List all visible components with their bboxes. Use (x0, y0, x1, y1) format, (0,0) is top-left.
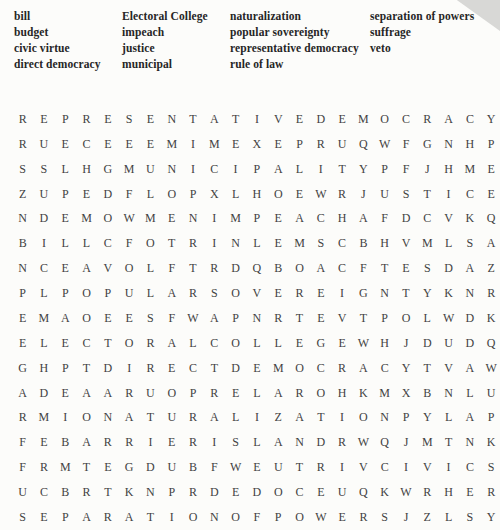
grid-cell[interactable]: M (459, 157, 480, 182)
grid-cell[interactable]: K (481, 430, 500, 455)
grid-cell[interactable]: S (204, 281, 225, 306)
grid-cell[interactable]: H (33, 356, 54, 381)
grid-cell[interactable]: Q (353, 132, 374, 157)
grid-cell[interactable]: G (118, 455, 139, 480)
grid-cell[interactable]: U (12, 480, 33, 505)
grid-cell[interactable]: F (161, 306, 182, 331)
grid-cell[interactable]: T (225, 107, 246, 132)
grid-cell[interactable]: R (12, 107, 33, 132)
grid-cell[interactable]: E (268, 207, 289, 232)
grid-cell[interactable]: L (438, 505, 459, 530)
grid-cell[interactable]: A (459, 356, 480, 381)
grid-cell[interactable]: P (182, 182, 203, 207)
grid-cell[interactable]: D (310, 107, 331, 132)
grid-cell[interactable]: E (268, 132, 289, 157)
grid-cell[interactable]: Q (481, 331, 500, 356)
grid-cell[interactable]: R (12, 132, 33, 157)
grid-cell[interactable]: L (33, 331, 54, 356)
grid-cell[interactable]: L (246, 381, 267, 406)
grid-cell[interactable]: O (182, 505, 203, 530)
grid-cell[interactable]: B (55, 480, 76, 505)
grid-cell[interactable]: A (268, 430, 289, 455)
grid-cell[interactable]: S (140, 306, 161, 331)
grid-cell[interactable]: M (140, 207, 161, 232)
grid-cell[interactable]: N (459, 281, 480, 306)
grid-cell[interactable]: C (395, 107, 416, 132)
grid-cell[interactable]: A (161, 331, 182, 356)
grid-cell[interactable]: R (182, 406, 203, 431)
grid-cell[interactable]: I (182, 132, 203, 157)
grid-cell[interactable]: T (395, 281, 416, 306)
grid-cell[interactable]: R (76, 107, 97, 132)
grid-cell[interactable]: E (161, 430, 182, 455)
grid-cell[interactable]: D (140, 455, 161, 480)
grid-cell[interactable]: N (204, 505, 225, 530)
grid-cell[interactable]: N (374, 406, 395, 431)
grid-cell[interactable]: E (246, 356, 267, 381)
grid-cell[interactable]: Y (481, 505, 500, 530)
grid-cell[interactable]: I (118, 356, 139, 381)
grid-cell[interactable]: T (97, 480, 118, 505)
grid-cell[interactable]: L (268, 331, 289, 356)
grid-cell[interactable]: L (33, 281, 54, 306)
grid-cell[interactable]: M (33, 406, 54, 431)
grid-cell[interactable]: H (331, 381, 352, 406)
grid-cell[interactable]: O (97, 207, 118, 232)
grid-cell[interactable]: R (140, 356, 161, 381)
grid-cell[interactable]: P (55, 356, 76, 381)
grid-cell[interactable]: O (161, 182, 182, 207)
grid-cell[interactable]: T (374, 256, 395, 281)
grid-cell[interactable]: S (374, 505, 395, 530)
grid-cell[interactable]: V (331, 306, 352, 331)
grid-cell[interactable]: F (161, 256, 182, 281)
grid-cell[interactable]: F (395, 157, 416, 182)
grid-cell[interactable]: T (353, 306, 374, 331)
grid-cell[interactable]: A (268, 157, 289, 182)
grid-cell[interactable]: A (161, 281, 182, 306)
grid-cell[interactable]: R (204, 381, 225, 406)
grid-cell[interactable]: A (118, 406, 139, 431)
grid-cell[interactable]: V (268, 107, 289, 132)
grid-cell[interactable]: O (289, 356, 310, 381)
grid-cell[interactable]: L (289, 157, 310, 182)
grid-cell[interactable]: D (395, 207, 416, 232)
grid-cell[interactable]: E (289, 331, 310, 356)
grid-cell[interactable]: E (268, 231, 289, 256)
grid-cell[interactable]: X (246, 132, 267, 157)
grid-cell[interactable]: E (331, 331, 352, 356)
grid-cell[interactable]: E (268, 281, 289, 306)
grid-cell[interactable]: U (331, 480, 352, 505)
grid-cell[interactable]: E (310, 480, 331, 505)
grid-cell[interactable]: R (204, 256, 225, 281)
grid-cell[interactable]: T (438, 430, 459, 455)
grid-cell[interactable]: U (481, 381, 500, 406)
grid-cell[interactable]: P (374, 306, 395, 331)
grid-cell[interactable]: Z (417, 505, 438, 530)
grid-cell[interactable]: C (331, 231, 352, 256)
grid-cell[interactable]: A (353, 356, 374, 381)
grid-cell[interactable]: L (417, 306, 438, 331)
grid-cell[interactable]: A (76, 430, 97, 455)
grid-cell[interactable]: O (140, 231, 161, 256)
grid-cell[interactable]: N (438, 132, 459, 157)
grid-cell[interactable]: J (395, 430, 416, 455)
grid-cell[interactable]: V (97, 256, 118, 281)
grid-cell[interactable]: C (182, 356, 203, 381)
grid-cell[interactable]: R (182, 281, 203, 306)
grid-cell[interactable]: G (310, 331, 331, 356)
grid-cell[interactable]: U (438, 331, 459, 356)
grid-cell[interactable]: T (331, 157, 352, 182)
grid-cell[interactable]: W (374, 132, 395, 157)
grid-cell[interactable]: P (12, 281, 33, 306)
grid-cell[interactable]: W (438, 306, 459, 331)
grid-cell[interactable]: V (417, 455, 438, 480)
grid-cell[interactable]: Q (353, 480, 374, 505)
grid-cell[interactable]: T (140, 505, 161, 530)
grid-cell[interactable]: E (33, 505, 54, 530)
grid-cell[interactable]: I (225, 157, 246, 182)
grid-cell[interactable]: O (310, 381, 331, 406)
grid-cell[interactable]: L (246, 430, 267, 455)
grid-cell[interactable]: O (353, 406, 374, 431)
grid-cell[interactable]: Q (481, 207, 500, 232)
grid-cell[interactable]: R (12, 406, 33, 431)
grid-cell[interactable]: I (246, 406, 267, 431)
grid-cell[interactable]: E (55, 381, 76, 406)
grid-cell[interactable]: D (33, 381, 54, 406)
grid-cell[interactable]: W (182, 306, 203, 331)
grid-cell[interactable]: A (12, 381, 33, 406)
grid-cell[interactable]: E (33, 430, 54, 455)
grid-cell[interactable]: K (438, 281, 459, 306)
grid-cell[interactable]: M (417, 430, 438, 455)
grid-cell[interactable]: E (246, 455, 267, 480)
grid-cell[interactable]: E (33, 107, 54, 132)
grid-cell[interactable]: E (310, 306, 331, 331)
grid-cell[interactable]: C (204, 157, 225, 182)
grid-cell[interactable]: N (161, 107, 182, 132)
grid-cell[interactable]: A (204, 306, 225, 331)
grid-cell[interactable]: E (97, 132, 118, 157)
grid-cell[interactable]: U (140, 157, 161, 182)
grid-cell[interactable]: L (246, 231, 267, 256)
grid-cell[interactable]: E (55, 331, 76, 356)
grid-cell[interactable]: N (12, 256, 33, 281)
grid-cell[interactable]: P (246, 157, 267, 182)
grid-cell[interactable]: J (395, 505, 416, 530)
grid-cell[interactable]: A (97, 381, 118, 406)
grid-cell[interactable]: M (353, 107, 374, 132)
grid-cell[interactable]: L (76, 231, 97, 256)
grid-cell[interactable]: S (459, 231, 480, 256)
grid-cell[interactable]: W (118, 207, 139, 232)
grid-cell[interactable]: D (459, 331, 480, 356)
grid-cell[interactable]: F (246, 505, 267, 530)
grid-cell[interactable]: R (97, 505, 118, 530)
grid-cell[interactable]: O (161, 381, 182, 406)
grid-cell[interactable]: D (204, 480, 225, 505)
grid-cell[interactable]: R (182, 231, 203, 256)
grid-cell[interactable]: G (12, 356, 33, 381)
grid-cell[interactable]: O (118, 256, 139, 281)
grid-cell[interactable]: E (331, 505, 352, 530)
grid-cell[interactable]: K (374, 480, 395, 505)
grid-cell[interactable]: R (481, 480, 500, 505)
grid-cell[interactable]: X (204, 182, 225, 207)
grid-cell[interactable]: S (118, 107, 139, 132)
grid-cell[interactable]: A (204, 107, 225, 132)
grid-cell[interactable]: E (76, 182, 97, 207)
grid-cell[interactable]: A (481, 231, 500, 256)
grid-cell[interactable]: I (140, 430, 161, 455)
grid-cell[interactable]: G (417, 132, 438, 157)
grid-cell[interactable]: Z (268, 406, 289, 431)
grid-cell[interactable]: E (55, 132, 76, 157)
grid-cell[interactable]: T (161, 231, 182, 256)
grid-cell[interactable]: D (225, 356, 246, 381)
grid-cell[interactable]: F (12, 455, 33, 480)
grid-cell[interactable]: C (97, 231, 118, 256)
grid-cell[interactable]: C (310, 207, 331, 232)
grid-cell[interactable]: R (331, 430, 352, 455)
grid-cell[interactable]: H (374, 331, 395, 356)
grid-cell[interactable]: E (225, 480, 246, 505)
grid-cell[interactable]: M (417, 231, 438, 256)
grid-cell[interactable]: T (97, 331, 118, 356)
grid-cell[interactable]: R (417, 107, 438, 132)
grid-cell[interactable]: W (395, 480, 416, 505)
grid-cell[interactable]: O (289, 505, 310, 530)
grid-cell[interactable]: R (481, 281, 500, 306)
grid-cell[interactable]: H (331, 207, 352, 232)
grid-cell[interactable]: S (481, 455, 500, 480)
grid-cell[interactable]: W (310, 182, 331, 207)
grid-cell[interactable]: E (459, 480, 480, 505)
grid-cell[interactable]: N (246, 306, 267, 331)
grid-cell[interactable]: I (161, 505, 182, 530)
grid-cell[interactable]: W (225, 455, 246, 480)
grid-cell[interactable]: A (76, 505, 97, 530)
grid-cell[interactable]: N (161, 157, 182, 182)
grid-cell[interactable]: C (459, 182, 480, 207)
grid-cell[interactable]: W (353, 430, 374, 455)
grid-cell[interactable]: D (438, 256, 459, 281)
grid-cell[interactable]: E (481, 157, 500, 182)
grid-cell[interactable]: C (33, 480, 54, 505)
grid-cell[interactable]: S (459, 505, 480, 530)
grid-cell[interactable]: M (161, 132, 182, 157)
grid-cell[interactable]: N (438, 381, 459, 406)
grid-cell[interactable]: D (225, 256, 246, 281)
grid-cell[interactable]: E (140, 107, 161, 132)
grid-cell[interactable]: Z (12, 182, 33, 207)
grid-cell[interactable]: D (97, 182, 118, 207)
grid-cell[interactable]: I (438, 182, 459, 207)
grid-cell[interactable]: E (97, 306, 118, 331)
grid-cell[interactable]: J (417, 157, 438, 182)
grid-cell[interactable]: N (459, 430, 480, 455)
grid-cell[interactable]: E (97, 455, 118, 480)
grid-cell[interactable]: E (225, 381, 246, 406)
grid-cell[interactable]: R (118, 381, 139, 406)
grid-cell[interactable]: R (331, 182, 352, 207)
grid-cell[interactable]: A (55, 306, 76, 331)
grid-cell[interactable]: I (331, 406, 352, 431)
grid-cell[interactable]: T (310, 406, 331, 431)
grid-cell[interactable]: M (204, 132, 225, 157)
grid-cell[interactable]: R (417, 480, 438, 505)
grid-cell[interactable]: U (33, 182, 54, 207)
grid-cell[interactable]: F (374, 207, 395, 232)
grid-cell[interactable]: L (140, 256, 161, 281)
grid-cell[interactable]: A (459, 406, 480, 431)
grid-cell[interactable]: M (374, 381, 395, 406)
grid-cell[interactable]: E (55, 256, 76, 281)
grid-cell[interactable]: W (353, 331, 374, 356)
grid-cell[interactable]: O (76, 406, 97, 431)
grid-cell[interactable]: K (481, 306, 500, 331)
grid-cell[interactable]: R (353, 505, 374, 530)
grid-cell[interactable]: V (395, 231, 416, 256)
grid-cell[interactable]: F (118, 231, 139, 256)
grid-cell[interactable]: U (161, 455, 182, 480)
grid-cell[interactable]: V (246, 281, 267, 306)
grid-cell[interactable]: C (33, 256, 54, 281)
grid-cell[interactable]: I (204, 430, 225, 455)
grid-cell[interactable]: O (395, 306, 416, 331)
grid-cell[interactable]: L (55, 231, 76, 256)
grid-cell[interactable]: T (76, 356, 97, 381)
grid-cell[interactable]: S (33, 157, 54, 182)
grid-cell[interactable]: E (310, 281, 331, 306)
grid-cell[interactable]: E (55, 207, 76, 232)
grid-cell[interactable]: L (438, 231, 459, 256)
grid-cell[interactable]: Z (481, 256, 500, 281)
grid-cell[interactable]: L (459, 381, 480, 406)
grid-cell[interactable]: A (310, 256, 331, 281)
grid-cell[interactable]: S (225, 430, 246, 455)
grid-cell[interactable]: E (331, 107, 352, 132)
grid-cell[interactable]: C (76, 331, 97, 356)
grid-cell[interactable]: B (182, 455, 203, 480)
grid-cell[interactable]: P (182, 381, 203, 406)
grid-cell[interactable]: N (289, 430, 310, 455)
grid-cell[interactable]: A (289, 406, 310, 431)
grid-cell[interactable]: B (12, 231, 33, 256)
grid-cell[interactable]: I (331, 455, 352, 480)
grid-cell[interactable]: I (246, 107, 267, 132)
grid-cell[interactable]: L (246, 331, 267, 356)
grid-cell[interactable]: B (353, 231, 374, 256)
grid-cell[interactable]: Y (417, 406, 438, 431)
grid-cell[interactable]: T (417, 356, 438, 381)
grid-cell[interactable]: M (118, 157, 139, 182)
grid-cell[interactable]: L (438, 406, 459, 431)
grid-cell[interactable]: E (289, 182, 310, 207)
grid-cell[interactable]: Q (374, 430, 395, 455)
grid-cell[interactable]: T (182, 256, 203, 281)
grid-cell[interactable]: C (374, 455, 395, 480)
grid-cell[interactable]: P (395, 406, 416, 431)
grid-cell[interactable]: O (225, 281, 246, 306)
grid-cell[interactable]: O (76, 306, 97, 331)
grid-cell[interactable]: E (225, 132, 246, 157)
grid-cell[interactable]: C (310, 356, 331, 381)
grid-cell[interactable]: P (246, 207, 267, 232)
grid-cell[interactable]: E (97, 107, 118, 132)
grid-cell[interactable]: J (395, 331, 416, 356)
grid-cell[interactable]: V (353, 455, 374, 480)
grid-cell[interactable]: L (182, 331, 203, 356)
grid-cell[interactable]: A (204, 406, 225, 431)
grid-cell[interactable]: D (33, 207, 54, 232)
grid-cell[interactable]: P (55, 281, 76, 306)
grid-cell[interactable]: S (310, 231, 331, 256)
grid-cell[interactable]: L (140, 182, 161, 207)
grid-cell[interactable]: C (374, 356, 395, 381)
grid-cell[interactable]: F (118, 182, 139, 207)
grid-cell[interactable]: S (417, 256, 438, 281)
grid-cell[interactable]: C (204, 331, 225, 356)
grid-cell[interactable]: O (225, 331, 246, 356)
grid-cell[interactable]: C (289, 480, 310, 505)
grid-cell[interactable]: P (289, 132, 310, 157)
grid-cell[interactable]: I (331, 281, 352, 306)
grid-cell[interactable]: S (395, 182, 416, 207)
grid-cell[interactable]: F (395, 132, 416, 157)
grid-cell[interactable]: T (289, 455, 310, 480)
grid-cell[interactable]: V (438, 207, 459, 232)
grid-cell[interactable]: U (118, 281, 139, 306)
grid-cell[interactable]: I (33, 231, 54, 256)
grid-cell[interactable]: O (268, 182, 289, 207)
grid-cell[interactable]: G (353, 281, 374, 306)
grid-cell[interactable]: Y (395, 356, 416, 381)
grid-cell[interactable]: U (161, 406, 182, 431)
grid-cell[interactable]: N (374, 281, 395, 306)
grid-cell[interactable]: R (118, 430, 139, 455)
grid-cell[interactable]: B (55, 430, 76, 455)
grid-cell[interactable]: I (182, 157, 203, 182)
grid-cell[interactable]: U (33, 132, 54, 157)
grid-cell[interactable]: T (182, 107, 203, 132)
grid-cell[interactable]: R (140, 331, 161, 356)
grid-cell[interactable]: V (438, 356, 459, 381)
grid-cell[interactable]: P (268, 505, 289, 530)
grid-cell[interactable]: H (374, 231, 395, 256)
grid-cell[interactable]: T (76, 455, 97, 480)
grid-cell[interactable]: A (268, 381, 289, 406)
grid-cell[interactable]: I (395, 455, 416, 480)
grid-cell[interactable]: U (331, 132, 352, 157)
grid-cell[interactable]: E (289, 107, 310, 132)
grid-cell[interactable]: R (76, 480, 97, 505)
grid-cell[interactable]: P (481, 406, 500, 431)
grid-cell[interactable]: I (55, 406, 76, 431)
grid-cell[interactable]: I (204, 207, 225, 232)
grid-cell[interactable]: D (310, 430, 331, 455)
grid-cell[interactable]: I (310, 157, 331, 182)
grid-cell[interactable]: H (76, 157, 97, 182)
grid-cell[interactable]: H (438, 157, 459, 182)
grid-cell[interactable]: H (246, 182, 267, 207)
grid-cell[interactable]: R (268, 306, 289, 331)
grid-cell[interactable]: R (310, 132, 331, 157)
grid-cell[interactable]: P (161, 480, 182, 505)
